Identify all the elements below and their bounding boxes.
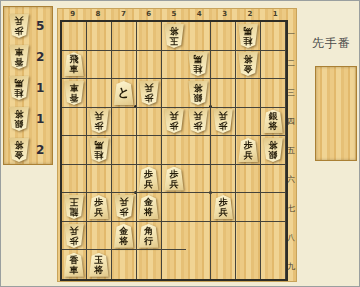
piece-kanji: 龍	[69, 207, 78, 217]
piece-kanji: 将	[169, 26, 178, 36]
board-cell[interactable]: 歩兵	[87, 108, 112, 137]
piece-kanji: 歩	[169, 121, 178, 131]
piece-kanji: 歩	[69, 236, 78, 246]
board-cell[interactable]	[137, 108, 162, 137]
board-cell[interactable]	[236, 222, 261, 251]
board-cell[interactable]: 歩兵	[162, 165, 187, 194]
board-cell[interactable]: 歩兵	[186, 108, 211, 137]
shogi-piece[interactable]: 角行	[139, 224, 159, 248]
board-cell[interactable]: 金将	[137, 193, 162, 222]
board-cell[interactable]: 歩兵	[137, 165, 162, 194]
board-cell[interactable]: 歩兵	[211, 193, 236, 222]
piece-kanji: 香	[69, 93, 78, 103]
piece-kanji: 歩	[219, 121, 228, 131]
piece-kanji: 兵	[15, 16, 24, 26]
board-cell[interactable]	[211, 165, 236, 194]
piece-kanji: 将	[15, 109, 24, 119]
board-cell[interactable]: 桂馬	[87, 136, 112, 165]
piece-kanji: 兵	[219, 111, 228, 121]
piece-kanji: 飛	[69, 54, 78, 64]
board-cell[interactable]	[211, 250, 236, 279]
piece-kanji: 兵	[194, 111, 203, 121]
board-cell[interactable]: 香車	[62, 79, 87, 108]
captured-piece-row: 金将2	[4, 134, 52, 165]
piece-kanji: 歩	[15, 26, 24, 36]
gote-piece-tile: 銀将	[9, 107, 29, 131]
board-cell[interactable]	[162, 250, 187, 279]
sente-piece-tile: と	[114, 81, 134, 105]
shogi-piece[interactable]: 歩兵	[114, 195, 134, 219]
piece-kanji: 桂	[15, 88, 24, 98]
gote-piece-tile: 歩兵	[9, 14, 29, 38]
piece-kanji: 歩	[244, 140, 253, 150]
board-cell[interactable]	[87, 51, 112, 80]
piece-kanji: 将	[94, 265, 103, 275]
captured-count: 1	[36, 112, 44, 126]
shogi-piece[interactable]: 歩兵	[9, 14, 29, 38]
board-cell[interactable]: 玉将	[87, 250, 112, 279]
shogi-piece[interactable]: 銀将	[9, 107, 29, 131]
piece-kanji: 香	[69, 255, 78, 265]
gote-piece-tile: 歩兵	[164, 109, 184, 133]
board-cell[interactable]: 歩兵	[162, 108, 187, 137]
gote-piece-tile: 歩兵	[139, 81, 159, 105]
board-cell[interactable]	[87, 165, 112, 194]
shogi-piece[interactable]: 歩兵	[139, 167, 159, 191]
piece-kanji: 玉	[94, 255, 103, 265]
sente-piece-tile: 歩兵	[139, 167, 159, 191]
piece-kanji: 兵	[94, 207, 103, 217]
gote-piece-tile: 歩兵	[114, 195, 134, 219]
piece-kanji: 香	[15, 57, 24, 67]
board-cell[interactable]: と	[112, 79, 137, 108]
piece-kanji: 兵	[169, 179, 178, 189]
file-label: 7	[111, 9, 136, 20]
shogi-piece[interactable]: 歩兵	[213, 109, 233, 133]
sente-piece-tile: 玉将	[89, 253, 109, 277]
shogi-piece[interactable]: 歩兵	[238, 138, 258, 162]
piece-kanji: 角	[144, 226, 153, 236]
board-cell[interactable]: 歩兵	[236, 136, 261, 165]
file-label: 1	[263, 9, 288, 20]
sente-piece-tile: 飛車	[64, 52, 84, 76]
board-cell[interactable]	[236, 193, 261, 222]
file-label: 3	[212, 9, 237, 20]
piece-kanji: 歩	[144, 93, 153, 103]
board-cell[interactable]: 玉将	[162, 22, 187, 51]
gote-piece-tile: 玉将	[164, 24, 184, 48]
board-cell[interactable]	[162, 79, 187, 108]
shogi-piece[interactable]: 歩兵	[164, 109, 184, 133]
piece-kanji: 将	[269, 121, 278, 131]
piece-kanji: 将	[15, 140, 24, 150]
board-cell[interactable]	[112, 22, 137, 51]
board-cell[interactable]: 金将	[112, 222, 137, 251]
board-cell[interactable]: 歩兵	[211, 108, 236, 137]
piece-kanji: 行	[144, 236, 153, 246]
board-cell[interactable]	[211, 222, 236, 251]
captured-count: 1	[36, 81, 44, 95]
piece-kanji: 車	[69, 265, 78, 275]
piece-kanji: 兵	[144, 83, 153, 93]
piece-kanji: 金	[144, 197, 153, 207]
board-cell[interactable]: 歩兵	[62, 222, 87, 251]
board-cell[interactable]: 桂馬	[186, 51, 211, 80]
gote-piece-tile: 金将	[9, 138, 29, 162]
board-cell[interactable]	[137, 22, 162, 51]
board-cell[interactable]	[211, 136, 236, 165]
shogi-piece[interactable]: 香車	[64, 253, 84, 277]
board-cell[interactable]	[62, 165, 87, 194]
board-cell[interactable]: 銀将	[261, 136, 286, 165]
board-cell[interactable]	[137, 136, 162, 165]
board-cell[interactable]	[261, 51, 286, 80]
piece-kanji: 馬	[15, 78, 24, 88]
board-cell[interactable]	[261, 193, 286, 222]
board-cell[interactable]	[261, 222, 286, 251]
board-cell[interactable]	[186, 193, 211, 222]
captured-count: 2	[36, 143, 44, 157]
sente-captured-tray	[315, 66, 357, 161]
gote-piece-tile: 香車	[64, 81, 84, 105]
board-cell[interactable]	[137, 250, 162, 279]
shogi-piece[interactable]: 金将	[114, 224, 134, 248]
sente-piece-tile: 金将	[114, 224, 134, 248]
piece-kanji: 兵	[244, 150, 253, 160]
board-cell[interactable]: 角行	[137, 222, 162, 251]
board-cell[interactable]	[112, 136, 137, 165]
piece-kanji: 兵	[69, 226, 78, 236]
board-cell[interactable]	[236, 250, 261, 279]
board-cell[interactable]	[162, 193, 187, 222]
board-cell[interactable]	[186, 250, 211, 279]
piece-kanji: 車	[69, 83, 78, 93]
gote-piece-tile: 桂馬	[89, 138, 109, 162]
shogi-piece[interactable]: 歩兵	[89, 109, 109, 133]
board-cell[interactable]	[112, 165, 137, 194]
board-cell[interactable]: 銀将	[261, 108, 286, 137]
board-cell[interactable]	[62, 22, 87, 51]
shogi-piece[interactable]: 桂馬	[238, 24, 258, 48]
piece-kanji: 兵	[144, 179, 153, 189]
board-cell[interactable]	[162, 51, 187, 80]
shogi-piece[interactable]: 玉将	[164, 24, 184, 48]
shogi-piece[interactable]: 金将	[9, 138, 29, 162]
piece-kanji: 銀	[269, 111, 278, 121]
piece-kanji: 金	[119, 226, 128, 236]
shogi-piece[interactable]: 銀将	[188, 81, 208, 105]
board-cell[interactable]	[162, 222, 187, 251]
sente-piece-tile: 歩兵	[213, 195, 233, 219]
gote-piece-tile: 歩兵	[89, 109, 109, 133]
shogi-piece[interactable]: と	[114, 81, 134, 105]
shogi-piece[interactable]: 飛車	[64, 52, 84, 76]
gote-piece-tile: 桂馬	[9, 76, 29, 100]
board-cell[interactable]	[87, 22, 112, 51]
board-cell[interactable]: 龍王	[62, 193, 87, 222]
shogi-piece[interactable]: 金将	[238, 52, 258, 76]
file-label: 8	[85, 9, 110, 20]
sente-piece-tile: 歩兵	[238, 138, 258, 162]
piece-kanji: 歩	[144, 169, 153, 179]
piece-kanji: 桂	[194, 64, 203, 74]
shogi-piece[interactable]: 歩兵	[164, 167, 184, 191]
shogi-piece[interactable]: 桂馬	[89, 138, 109, 162]
shogi-board-grid: 玉将桂馬飛車桂馬金将香車と歩兵銀将歩兵歩兵歩兵歩兵銀将桂馬歩兵銀将歩兵歩兵龍王歩…	[60, 20, 288, 281]
shogi-piece[interactable]: 桂馬	[9, 76, 29, 100]
gote-piece-tile: 歩兵	[213, 109, 233, 133]
shogi-piece[interactable]: 歩兵	[64, 224, 84, 248]
piece-kanji: 兵	[169, 111, 178, 121]
board-cell[interactable]: 飛車	[62, 51, 87, 80]
piece-kanji: 兵	[94, 111, 103, 121]
board-cell[interactable]	[186, 165, 211, 194]
captured-piece-row: 歩兵5	[4, 10, 52, 41]
gote-piece-tile: 桂馬	[188, 52, 208, 76]
piece-kanji: 王	[69, 197, 78, 207]
shogi-piece[interactable]: 歩兵	[213, 195, 233, 219]
board-cell[interactable]	[261, 79, 286, 108]
piece-kanji: 歩	[119, 207, 128, 217]
file-label: 4	[187, 9, 212, 20]
board-cell[interactable]	[186, 222, 211, 251]
piece-kanji: 歩	[169, 169, 178, 179]
board-cell[interactable]: 歩兵	[87, 193, 112, 222]
gote-piece-tile: 歩兵	[188, 109, 208, 133]
board-cell[interactable]	[236, 108, 261, 137]
sente-piece-tile: 香車	[64, 253, 84, 277]
board-cell[interactable]	[211, 22, 236, 51]
sente-piece-tile: 歩兵	[89, 195, 109, 219]
board-cell[interactable]	[261, 165, 286, 194]
board-cell[interactable]	[62, 136, 87, 165]
shogi-piece[interactable]: 桂馬	[188, 52, 208, 76]
captured-count: 5	[36, 19, 44, 33]
gote-piece-tile: 銀将	[188, 81, 208, 105]
board-cell[interactable]	[236, 79, 261, 108]
piece-kanji: 歩	[194, 121, 203, 131]
board-cell[interactable]	[137, 51, 162, 80]
piece-kanji: 将	[269, 140, 278, 150]
shogi-piece[interactable]: 歩兵	[188, 109, 208, 133]
gote-piece-tile: 銀将	[263, 138, 283, 162]
board-cell[interactable]	[162, 136, 187, 165]
gote-piece-tile: 金将	[238, 52, 258, 76]
shogi-piece[interactable]: 金将	[139, 195, 159, 219]
file-label: 6	[136, 9, 161, 20]
board-cell[interactable]	[211, 79, 236, 108]
piece-kanji: 歩	[219, 197, 228, 207]
board-cell[interactable]	[261, 22, 286, 51]
shogi-board: 987654321 一二三四五六七八九 玉将桂馬飛車桂馬金将香車と歩兵銀将歩兵歩…	[57, 8, 297, 282]
gote-piece-tile: 桂馬	[238, 24, 258, 48]
captured-count: 2	[36, 50, 44, 64]
shogi-piece[interactable]: 銀将	[263, 109, 283, 133]
board-cell[interactable]	[112, 108, 137, 137]
piece-kanji: 馬	[94, 140, 103, 150]
shogi-piece[interactable]: 香車	[64, 81, 84, 105]
gote-piece-tile: 龍王	[64, 195, 84, 219]
file-label: 5	[161, 9, 186, 20]
sente-piece-tile: 歩兵	[164, 167, 184, 191]
board-cell[interactable]	[112, 51, 137, 80]
board-cell[interactable]: 銀将	[186, 79, 211, 108]
board-cell[interactable]	[211, 51, 236, 80]
shogi-piece[interactable]: 玉将	[89, 253, 109, 277]
piece-kanji: 将	[119, 236, 128, 246]
piece-kanji: 銀	[15, 119, 24, 129]
piece-kanji: 玉	[169, 36, 178, 46]
gote-captured-tray: 歩兵5香車2桂馬1銀将1金将2	[3, 6, 53, 165]
board-cell[interactable]: 香車	[62, 250, 87, 279]
board-cell[interactable]	[186, 136, 211, 165]
board-cell[interactable]: 桂馬	[236, 22, 261, 51]
gote-piece-tile: 香車	[9, 45, 29, 69]
piece-kanji: 馬	[194, 54, 203, 64]
piece-kanji: と	[118, 86, 130, 99]
board-cell[interactable]	[261, 250, 286, 279]
shogi-piece[interactable]: 銀将	[263, 138, 283, 162]
piece-kanji: 兵	[219, 207, 228, 217]
piece-kanji: 金	[15, 150, 24, 160]
board-cell[interactable]	[87, 79, 112, 108]
captured-piece-row: 香車2	[4, 41, 52, 72]
captured-piece-row: 銀将1	[4, 103, 52, 134]
piece-kanji: 車	[15, 47, 24, 57]
piece-kanji: 将	[194, 83, 203, 93]
gote-piece-tile: 歩兵	[64, 224, 84, 248]
piece-kanji: 金	[244, 64, 253, 74]
board-cell[interactable]	[186, 22, 211, 51]
shogi-piece[interactable]: 歩兵	[89, 195, 109, 219]
sente-piece-tile: 銀将	[263, 109, 283, 133]
shogi-piece[interactable]: 香車	[9, 45, 29, 69]
piece-kanji: 歩	[94, 197, 103, 207]
board-cell[interactable]: 歩兵	[137, 79, 162, 108]
shogi-piece[interactable]: 龍王	[64, 195, 84, 219]
board-cell[interactable]	[87, 222, 112, 251]
piece-kanji: 歩	[94, 121, 103, 131]
piece-kanji: 銀	[194, 93, 203, 103]
board-cell[interactable]	[236, 165, 261, 194]
file-label: 2	[237, 9, 262, 20]
board-cell[interactable]	[112, 250, 137, 279]
board-cell[interactable]: 金将	[236, 51, 261, 80]
captured-piece-row: 桂馬1	[4, 72, 52, 103]
file-label: 9	[60, 9, 85, 20]
turn-indicator: 先手番	[312, 35, 358, 52]
shogi-piece[interactable]: 歩兵	[139, 81, 159, 105]
piece-kanji: 将	[244, 54, 253, 64]
sente-piece-tile: 角行	[139, 224, 159, 248]
piece-kanji: 将	[144, 207, 153, 217]
sente-piece-tile: 金将	[139, 195, 159, 219]
piece-kanji: 桂	[244, 36, 253, 46]
piece-kanji: 車	[69, 64, 78, 74]
piece-kanji: 馬	[244, 26, 253, 36]
piece-kanji: 兵	[119, 197, 128, 207]
piece-kanji: 桂	[94, 150, 103, 160]
file-labels: 987654321	[60, 9, 288, 20]
board-cell[interactable]	[62, 108, 87, 137]
board-cell[interactable]: 歩兵	[112, 193, 137, 222]
piece-kanji: 銀	[269, 150, 278, 160]
